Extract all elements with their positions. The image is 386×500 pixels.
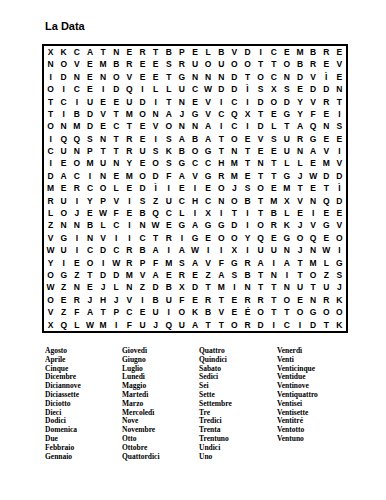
grid-cell-r8c2: Q (57, 133, 70, 145)
grid-cell-r18c7: R (123, 257, 136, 269)
grid-cell-r6c15: Q (228, 108, 241, 120)
grid-cell-r16c1: V (44, 232, 57, 244)
grid-cell-r9c5: T (97, 145, 110, 157)
grid-cell-r22c18: T (267, 306, 280, 318)
grid-cell-r12c23: Ì (333, 182, 346, 194)
grid-cell-r3c21: V (307, 71, 320, 83)
grid-cell-r18c4: O (83, 257, 96, 269)
word-list-column-1: AgostoAprileCinqueDicembreDiciannoveDici… (45, 347, 122, 461)
grid-cell-r3c4: E (83, 71, 96, 83)
grid-cell-r15c1: Z (44, 219, 57, 231)
grid-cell-r4c7: Q (123, 83, 136, 95)
grid-cell-r2c22: E (320, 58, 333, 70)
grid-cell-r4c16: Ì (241, 83, 254, 95)
grid-cell-r21c8: I (136, 294, 149, 306)
grid-cell-r1c10: B (162, 46, 175, 58)
grid-cell-r3c7: V (123, 71, 136, 83)
grid-cell-r14c12: I (188, 207, 201, 219)
grid-cell-r13c6: V (110, 195, 123, 207)
grid-cell-r23c4: W (83, 319, 96, 331)
grid-cell-r20c9: D (149, 281, 162, 293)
grid-cell-r16c23: O (333, 232, 346, 244)
grid-cell-r8c5: N (97, 133, 110, 145)
grid-cell-r6c8: O (136, 108, 149, 120)
grid-cell-r7c16: I (241, 120, 254, 132)
grid-cell-r5c4: U (83, 96, 96, 108)
grid-cell-r15c16: I (241, 219, 254, 231)
grid-cell-r7c13: A (202, 120, 215, 132)
grid-cell-r14c15: T (228, 207, 241, 219)
grid-cell-r7c8: E (136, 120, 149, 132)
word-list-item: Settembre (199, 400, 277, 409)
word-list-item: Uno (199, 453, 277, 462)
grid-cell-r17c7: R (123, 244, 136, 256)
grid-cell-r6c6: T (110, 108, 123, 120)
grid-cell-r9c16: T (241, 145, 254, 157)
grid-cell-r15c15: D (228, 219, 241, 231)
grid-cell-r16c12: G (188, 232, 201, 244)
grid-cell-r19c3: Z (70, 269, 83, 281)
grid-cell-r20c10: B (162, 281, 175, 293)
grid-cell-r2c6: B (110, 58, 123, 70)
grid-cell-r21c9: B (149, 294, 162, 306)
grid-cell-r1c23: E (333, 46, 346, 58)
grid-cell-r11c17: T (254, 170, 267, 182)
grid-cell-r5c19: D (280, 96, 293, 108)
grid-cell-r16c18: E (267, 232, 280, 244)
grid-cell-r8c3: Q (70, 133, 83, 145)
grid-cell-r7c10: O (162, 120, 175, 132)
grid-cell-r15c10: E (162, 219, 175, 231)
grid-cell-r15c6: C (110, 219, 123, 231)
grid-cell-r17c20: J (293, 244, 306, 256)
grid-cell-r5c14: I (215, 96, 228, 108)
grid-cell-r10c5: U (97, 158, 110, 170)
grid-cell-r15c18: R (267, 219, 280, 231)
grid-cell-r4c20: E (293, 83, 306, 95)
grid-cell-r5c18: O (267, 96, 280, 108)
grid-cell-r4c22: D (320, 83, 333, 95)
grid-cell-r13c20: V (293, 195, 306, 207)
grid-cell-r6c5: V (97, 108, 110, 120)
grid-cell-r22c23: O (333, 306, 346, 318)
grid-cell-r13c10: U (162, 195, 175, 207)
grid-cell-r1c2: K (57, 46, 70, 58)
grid-cell-r11c11: A (175, 170, 188, 182)
grid-cell-r3c16: T (241, 71, 254, 83)
grid-cell-r16c9: T (149, 232, 162, 244)
grid-cell-r16c10: R (162, 232, 175, 244)
grid-cell-r2c18: T (267, 58, 280, 70)
grid-cell-r15c7: I (123, 219, 136, 231)
grid-cell-r10c3: O (70, 158, 83, 170)
grid-cell-r5c7: U (123, 96, 136, 108)
grid-cell-r10c4: M (83, 158, 96, 170)
grid-cell-r10c13: C (202, 158, 215, 170)
grid-cell-r12c2: E (57, 182, 70, 194)
grid-cell-r11c19: G (280, 170, 293, 182)
grid-cell-r9c23: I (333, 145, 346, 157)
grid-cell-r19c2: G (57, 269, 70, 281)
grid-cell-r10c23: V (333, 158, 346, 170)
grid-cell-r21c16: R (241, 294, 254, 306)
grid-cell-r22c14: V (215, 306, 228, 318)
grid-cell-r10c20: L (293, 158, 306, 170)
grid-cell-r2c1: N (44, 58, 57, 70)
grid-cell-r20c4: E (83, 281, 96, 293)
grid-cell-r7c7: T (123, 120, 136, 132)
grid-cell-r9c6: T (110, 145, 123, 157)
grid-cell-r4c13: W (202, 83, 215, 95)
grid-cell-r13c9: Z (149, 195, 162, 207)
grid-cell-r2c9: E (149, 58, 162, 70)
grid-cell-r20c21: T (307, 281, 320, 293)
grid-cell-r12c6: L (110, 182, 123, 194)
grid-cell-r23c16: R (241, 319, 254, 331)
grid-cell-r11c6: E (110, 170, 123, 182)
grid-cell-r14c21: I (307, 207, 320, 219)
grid-cell-r20c6: L (110, 281, 123, 293)
grid-cell-r16c17: Q (254, 232, 267, 244)
grid-cell-r3c18: C (267, 71, 280, 83)
grid-cell-r14c17: T (254, 207, 267, 219)
grid-cell-r7c4: D (83, 120, 96, 132)
grid-cell-r22c22: O (320, 306, 333, 318)
grid-cell-r23c6: I (110, 319, 123, 331)
grid-cell-r15c14: G (215, 219, 228, 231)
grid-cell-r3c17: O (254, 71, 267, 83)
grid-cell-r8c11: A (175, 133, 188, 145)
grid-cell-r13c21: N (307, 195, 320, 207)
grid-cell-r7c12: N (188, 120, 201, 132)
grid-cell-r19c8: V (136, 269, 149, 281)
grid-cell-r2c4: E (83, 58, 96, 70)
grid-cell-r14c23: E (333, 207, 346, 219)
grid-cell-r23c18: I (267, 319, 280, 331)
grid-cell-r19c15: S (228, 269, 241, 281)
grid-cell-r8c8: E (136, 133, 149, 145)
grid-cell-r4c3: C (70, 83, 83, 95)
grid-cell-r23c22: T (320, 319, 333, 331)
grid-cell-r15c22: G (320, 219, 333, 231)
grid-cell-r18c17: A (254, 257, 267, 269)
grid-cell-r21c10: U (162, 294, 175, 306)
grid-cell-r11c4: I (83, 170, 96, 182)
grid-cell-r5c2: C (57, 96, 70, 108)
grid-cell-r11c10: F (162, 170, 175, 182)
grid-cell-r19c13: Z (202, 269, 215, 281)
grid-cell-r9c4: P (83, 145, 96, 157)
grid-cell-r14c20: E (293, 207, 306, 219)
grid-cell-r7c19: T (280, 120, 293, 132)
grid-cell-r3c19: N (280, 71, 293, 83)
grid-cell-r1c19: E (280, 46, 293, 58)
worksheet-page: La Data XKCATNERTBPELBVDICEMBRENOVEMBREE… (0, 0, 386, 500)
grid-cell-r14c3: J (70, 207, 83, 219)
grid-cell-r10c16: T (241, 158, 254, 170)
grid-cell-r4c2: I (57, 83, 70, 95)
grid-cell-r10c14: H (215, 158, 228, 170)
grid-cell-r16c19: G (280, 232, 293, 244)
grid-cell-r1c4: A (83, 46, 96, 58)
grid-cell-r15c19: K (280, 219, 293, 231)
grid-cell-r7c11: N (175, 120, 188, 132)
grid-cell-r7c23: S (333, 120, 346, 132)
grid-cell-r17c8: B (136, 244, 149, 256)
grid-cell-r19c5: D (97, 269, 110, 281)
grid-cell-r19c1: O (44, 269, 57, 281)
grid-cell-r18c20: T (293, 257, 306, 269)
grid-cell-r7c9: V (149, 120, 162, 132)
grid-cell-r16c6: I (110, 232, 123, 244)
grid-cell-r6c4: D (83, 108, 96, 120)
grid-cell-r18c6: W (110, 257, 123, 269)
grid-cell-r8c13: A (202, 133, 215, 145)
word-list-item: Gennaio (45, 453, 122, 462)
grid-cell-r15c3: N (70, 219, 83, 231)
grid-cell-r7c14: I (215, 120, 228, 132)
grid-cell-r6c11: J (175, 108, 188, 120)
grid-cell-r12c1: M (44, 182, 57, 194)
grid-cell-r8c1: I (44, 133, 57, 145)
grid-cell-r21c2: E (57, 294, 70, 306)
grid-cell-r4c6: D (110, 83, 123, 95)
grid-cell-r22c2: Z (57, 306, 70, 318)
grid-cell-r2c20: B (293, 58, 306, 70)
grid-cell-r20c5: J (97, 281, 110, 293)
grid-cell-r20c7: N (123, 281, 136, 293)
grid-cell-r5c21: V (307, 96, 320, 108)
grid-cell-r17c17: U (254, 244, 267, 256)
grid-cell-r1c5: T (97, 46, 110, 58)
grid-cell-r19c18: N (267, 269, 280, 281)
grid-cell-r8c7: R (123, 133, 136, 145)
grid-cell-r17c23: I (333, 244, 346, 256)
grid-cell-r23c15: O (228, 319, 241, 331)
grid-cell-r11c12: V (188, 170, 201, 182)
grid-cell-r7c3: M (70, 120, 83, 132)
grid-cell-r14c10: C (162, 207, 175, 219)
grid-cell-r23c23: K (333, 319, 346, 331)
grid-cell-r22c17: O (254, 306, 267, 318)
grid-cell-r3c20: D (293, 71, 306, 83)
grid-cell-r5c15: C (228, 96, 241, 108)
grid-cell-r20c14: M (215, 281, 228, 293)
grid-cell-r6c17: T (254, 108, 267, 120)
grid-cell-r19c4: T (83, 269, 96, 281)
grid-cell-r3c23: E (333, 71, 346, 83)
grid-cell-r10c8: E (136, 158, 149, 170)
grid-cell-r11c8: O (136, 170, 149, 182)
grid-cell-r6c19: G (280, 108, 293, 120)
grid-cell-r15c2: N (57, 219, 70, 231)
grid-cell-r23c9: J (149, 319, 162, 331)
grid-cell-r10c6: N (110, 158, 123, 170)
grid-cell-r12c5: O (97, 182, 110, 194)
grid-cell-r22c20: O (293, 306, 306, 318)
grid-cell-r18c11: S (175, 257, 188, 269)
grid-cell-r3c8: E (136, 71, 149, 83)
grid-cell-r13c16: B (241, 195, 254, 207)
grid-cell-r8c19: U (280, 133, 293, 145)
grid-cell-r12c4: C (83, 182, 96, 194)
grid-cell-r20c8: Z (136, 281, 149, 293)
grid-cell-r16c13: E (202, 232, 215, 244)
grid-cell-r15c23: V (333, 219, 346, 231)
grid-cell-r22c16: É (241, 306, 254, 318)
grid-cell-r21c19: O (280, 294, 293, 306)
grid-cell-r20c17: T (254, 281, 267, 293)
grid-cell-r6c1: T (44, 108, 57, 120)
grid-cell-r5c17: D (254, 96, 267, 108)
grid-cell-r10c9: O (149, 158, 162, 170)
grid-cell-r23c13: T (202, 319, 215, 331)
grid-cell-r2c12: U (188, 58, 201, 70)
grid-cell-r19c10: E (162, 269, 175, 281)
grid-cell-r17c18: U (267, 244, 280, 256)
grid-cell-r16c22: E (320, 232, 333, 244)
grid-cell-r8c12: B (188, 133, 201, 145)
grid-cell-r2c2: O (57, 58, 70, 70)
page-title: La Data (45, 20, 85, 32)
grid-cell-r20c2: Z (57, 281, 70, 293)
grid-cell-r18c19: A (280, 257, 293, 269)
grid-cell-r3c13: N (202, 71, 215, 83)
grid-cell-r4c10: L (162, 83, 175, 95)
grid-cell-r12c8: D (136, 182, 149, 194)
grid-cell-r8c18: S (267, 133, 280, 145)
grid-cell-r6c12: G (188, 108, 201, 120)
grid-cell-r11c7: M (123, 170, 136, 182)
grid-cell-r14c13: X (202, 207, 215, 219)
grid-cell-r21c13: R (202, 294, 215, 306)
grid-cell-r15c12: A (188, 219, 201, 231)
grid-cell-r6c14: C (215, 108, 228, 120)
grid-cell-r20c11: X (175, 281, 188, 293)
grid-cell-r8c20: R (293, 133, 306, 145)
grid-cell-r13c5: P (97, 195, 110, 207)
grid-cell-r3c9: E (149, 71, 162, 83)
grid-cell-r7c1: O (44, 120, 57, 132)
grid-cell-r20c1: W (44, 281, 57, 293)
grid-cell-r10c7: Y (123, 158, 136, 170)
grid-cell-r5c8: D (136, 96, 149, 108)
grid-cell-r17c9: A (149, 244, 162, 256)
grid-cell-r17c2: U (57, 244, 70, 256)
grid-cell-r11c2: A (57, 170, 70, 182)
grid-cell-r22c9: U (149, 306, 162, 318)
grid-cell-r8c22: E (320, 133, 333, 145)
grid-cell-r16c8: C (136, 232, 149, 244)
grid-cell-r18c14: F (215, 257, 228, 269)
grid-cell-r13c13: C (202, 195, 215, 207)
grid-cell-r8c10: S (162, 133, 175, 145)
grid-cell-r15c11: G (175, 219, 188, 231)
grid-cell-r9c10: K (162, 145, 175, 157)
grid-cell-r7c15: C (228, 120, 241, 132)
grid-cell-r3c3: N (70, 71, 83, 83)
grid-cell-r18c21: M (307, 257, 320, 269)
grid-cell-r16c4: N (83, 232, 96, 244)
grid-cell-r11c9: D (149, 170, 162, 182)
grid-cell-r1c22: R (320, 46, 333, 58)
grid-cell-r9c14: T (215, 145, 228, 157)
grid-cell-r18c22: L (320, 257, 333, 269)
grid-cell-r13c17: T (254, 195, 267, 207)
grid-cell-r23c8: U (136, 319, 149, 331)
grid-cell-r14c18: B (267, 207, 280, 219)
grid-cell-r20c13: T (202, 281, 215, 293)
grid-cell-r1c21: B (307, 46, 320, 58)
grid-cell-r6c20: Y (293, 108, 306, 120)
grid-cell-r1c12: E (188, 46, 201, 58)
grid-cell-r9c11: B (175, 145, 188, 157)
grid-cell-r21c14: T (215, 294, 228, 306)
grid-cell-r18c9: F (149, 257, 162, 269)
grid-cell-r6c9: N (149, 108, 162, 120)
grid-cell-r13c1: R (44, 195, 57, 207)
grid-cell-r12c20: T (293, 182, 306, 194)
grid-cell-r17c16: I (241, 244, 254, 256)
grid-cell-r1c1: X (44, 46, 57, 58)
grid-cell-r4c19: S (280, 83, 293, 95)
grid-cell-r12c19: M (280, 182, 293, 194)
grid-cell-r9c1: C (44, 145, 57, 157)
grid-cell-r17c19: N (280, 244, 293, 256)
grid-cell-r23c21: D (307, 319, 320, 331)
grid-cell-r1c13: L (202, 46, 215, 58)
grid-cell-r13c8: S (136, 195, 149, 207)
grid-cell-r19c16: B (241, 269, 254, 281)
grid-cell-r4c8: I (136, 83, 149, 95)
grid-cell-r8c4: S (83, 133, 96, 145)
grid-cell-r4c15: D (228, 83, 241, 95)
grid-cell-r19c14: A (215, 269, 228, 281)
grid-cell-r10c15: M (228, 158, 241, 170)
grid-cell-r19c19: I (280, 269, 293, 281)
grid-cell-r4c17: S (254, 83, 267, 95)
grid-cell-r15c17: O (254, 219, 267, 231)
grid-cell-r8c21: G (307, 133, 320, 145)
grid-cell-r8c15: O (228, 133, 241, 145)
grid-cell-r10c17: N (254, 158, 267, 170)
grid-cell-r7c2: N (57, 120, 70, 132)
grid-cell-r5c20: Y (293, 96, 306, 108)
grid-cell-r2c7: R (123, 58, 136, 70)
grid-cell-r14c14: I (215, 207, 228, 219)
grid-cell-r22c5: T (97, 306, 110, 318)
grid-cell-r21c22: R (320, 294, 333, 306)
grid-cell-r7c21: Q (307, 120, 320, 132)
grid-cell-r12c18: E (267, 182, 280, 194)
grid-cell-r9c17: E (254, 145, 267, 157)
grid-cell-r10c2: E (57, 158, 70, 170)
grid-cell-r3c10: T (162, 71, 175, 83)
grid-cell-r2c15: O (228, 58, 241, 70)
grid-cell-r21c17: R (254, 294, 267, 306)
grid-cell-r11c14: R (215, 170, 228, 182)
grid-cell-r11c1: D (44, 170, 57, 182)
grid-cell-r5c13: V (202, 96, 215, 108)
grid-cell-r16c15: O (228, 232, 241, 244)
grid-cell-r21c6: J (110, 294, 123, 306)
grid-cell-r1c7: E (123, 46, 136, 58)
grid-cell-r2c21: R (307, 58, 320, 70)
grid-cell-r10c22: M (320, 158, 333, 170)
grid-cell-r13c19: X (280, 195, 293, 207)
grid-cell-r12c14: O (215, 182, 228, 194)
grid-cell-r9c21: A (307, 145, 320, 157)
